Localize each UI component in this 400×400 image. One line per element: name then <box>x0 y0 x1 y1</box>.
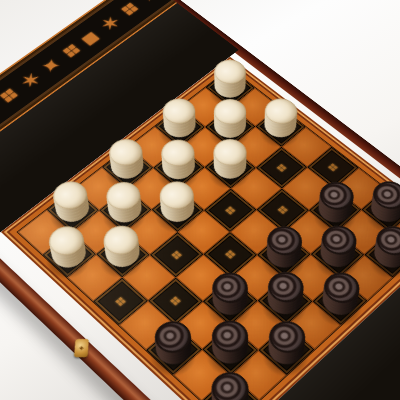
frieze-ornament-icon: ✦ <box>40 57 62 75</box>
photo-scene: ✶❖✦◆❖✶✦❖◆✶❖✦ ◆✦❖✶❖✦◆❖✶✦❖✶ ✦ ❖❖❖❖❖❖❖❖ <box>0 0 400 400</box>
frieze-ornament-icon: ❖ <box>119 1 141 18</box>
frieze-ornament-icon: ✶ <box>100 15 121 32</box>
square-e4[interactable]: ❖ <box>204 188 256 232</box>
frieze-ornament-icon: ◆ <box>81 28 100 46</box>
square-emblem-icon: ❖ <box>263 153 300 182</box>
frieze-ornament-icon: ❖ <box>60 42 83 60</box>
square-g4[interactable]: ❖ <box>256 147 307 189</box>
square-emblem-icon: ❖ <box>314 153 352 182</box>
frieze-ornament-icon: ❖ <box>0 86 21 105</box>
gold-clasp-icon: ✦ <box>74 339 89 357</box>
checkers-board-box: ✶❖✦◆❖✶✦❖◆✶❖✦ ◆✦❖✶❖✦◆❖✶✦❖✶ ✦ ❖❖❖❖❖❖❖❖ <box>1 57 400 400</box>
frieze-ornament-icon: ✶ <box>19 71 41 90</box>
dark-checker-piece[interactable] <box>364 232 400 277</box>
white-checker-piece[interactable] <box>96 232 150 277</box>
square-emblem-icon: ❖ <box>211 195 248 226</box>
square-emblem-icon: ❖ <box>264 195 302 226</box>
frieze-ornament-icon: ✦ <box>139 0 159 4</box>
